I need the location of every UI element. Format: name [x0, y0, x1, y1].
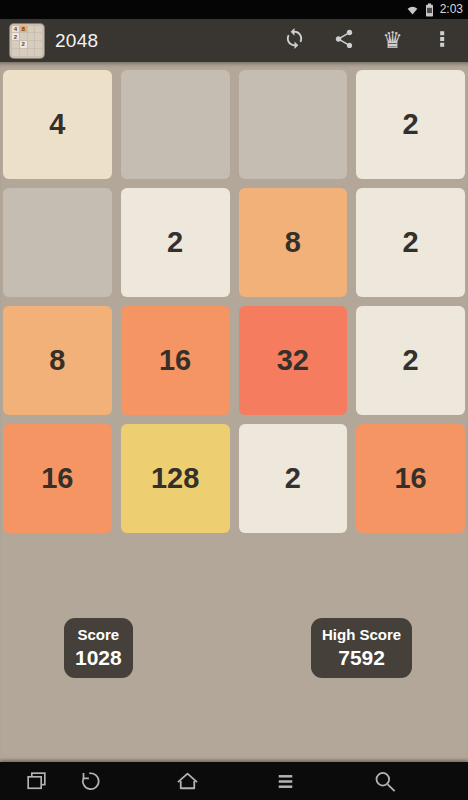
high-score-badge: High Score 7592 — [311, 618, 412, 678]
share-button[interactable] — [319, 19, 368, 62]
app-icon-cell-empty — [20, 33, 27, 40]
tile-r3c1-8: 8 — [3, 306, 112, 415]
score-value: 1028 — [75, 644, 122, 671]
tile-r4c4-16: 16 — [356, 424, 465, 533]
share-icon — [333, 28, 355, 54]
status-bar: 2:03 — [0, 0, 468, 19]
crown-icon: ♛ — [382, 29, 403, 52]
tile-r3c3-32: 32 — [239, 306, 348, 415]
score-label: Score — [75, 625, 122, 644]
clock: 2:03 — [440, 0, 463, 19]
app-icon-cell-empty — [28, 41, 35, 48]
app-icon-cell-empty — [35, 41, 42, 48]
app-icon-cell-empty — [28, 33, 35, 40]
tile-r3c4-2: 2 — [356, 306, 465, 415]
app-title: 2048 — [55, 30, 270, 52]
app-icon-cell-2: 2 — [12, 33, 19, 40]
home-button[interactable] — [167, 766, 207, 796]
wifi-icon — [406, 3, 419, 16]
app-bar: 4822 2048 ♛ — [0, 19, 468, 62]
app-icon-cell-empty — [28, 26, 35, 33]
app-icon-cell-empty — [35, 26, 42, 33]
score-badge: Score 1028 — [64, 618, 133, 678]
search-button[interactable] — [364, 766, 404, 796]
app-icon-cell-2: 2 — [20, 41, 27, 48]
app-icon-cell-empty — [28, 49, 35, 56]
tile-r3c2-16: 16 — [121, 306, 230, 415]
app-icon-cell-4: 4 — [12, 26, 19, 33]
board[interactable]: 4228281632216128216 — [3, 70, 465, 533]
tile-r2c3-8: 8 — [239, 188, 348, 297]
overflow-menu-button[interactable] — [417, 19, 466, 62]
app-icon-cell-empty — [35, 33, 42, 40]
tile-r2c2-2: 2 — [121, 188, 230, 297]
tile-empty-r1c3 — [239, 70, 348, 179]
app-icon-cell-empty — [20, 49, 27, 56]
app-icon-cell-empty — [35, 49, 42, 56]
app-icon-cell-empty — [12, 49, 19, 56]
app-icon-cell-empty — [12, 41, 19, 48]
app-screen: 2:03 4822 2048 ♛ 4228281632216128216 S — [0, 0, 468, 800]
high-score-value: 7592 — [322, 644, 401, 671]
tile-empty-r1c2 — [121, 70, 230, 179]
tile-r1c1-4: 4 — [3, 70, 112, 179]
high-score-label: High Score — [322, 625, 401, 644]
tile-r1c4-2: 2 — [356, 70, 465, 179]
recent-apps-button[interactable] — [16, 766, 56, 796]
nav-bar — [0, 762, 468, 800]
app-logo-icon: 4822 — [9, 23, 45, 59]
battery-icon — [425, 3, 434, 17]
tile-r2c4-2: 2 — [356, 188, 465, 297]
tile-r4c2-128: 128 — [121, 424, 230, 533]
tile-r4c1-16: 16 — [3, 424, 112, 533]
highscores-button[interactable]: ♛ — [368, 19, 417, 62]
refresh-icon — [283, 27, 306, 54]
app-icon-cell-8: 8 — [20, 26, 27, 33]
tile-r4c3-2: 2 — [239, 424, 348, 533]
restart-button[interactable] — [270, 19, 319, 62]
tile-empty-r2c1 — [3, 188, 112, 297]
back-button[interactable] — [70, 766, 110, 796]
overflow-dots-icon — [431, 28, 453, 54]
menu-button[interactable] — [265, 766, 305, 796]
